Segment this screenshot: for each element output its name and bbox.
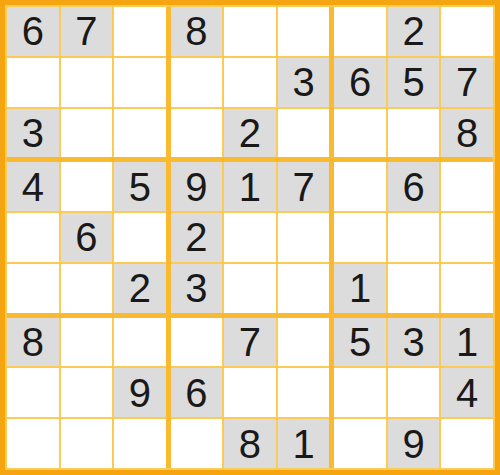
sudoku-grid: 673 832 26578 4562 91723 61 89 7681 5314… [7,7,493,468]
cell-r9c5[interactable]: 8 [224,419,276,468]
cell-r2c7[interactable]: 6 [334,58,386,107]
cell-r7c8[interactable]: 3 [388,318,440,367]
box-3: 26578 [334,7,493,157]
cell-r9c8[interactable]: 9 [388,419,440,468]
box-2: 832 [171,7,330,157]
box-8: 7681 [171,318,330,468]
cell-r7c6[interactable] [278,318,330,367]
cell-r4c4[interactable]: 9 [171,162,223,211]
cell-r4c5[interactable]: 1 [224,162,276,211]
box-7: 89 [7,318,166,468]
cell-r2c1[interactable] [7,58,59,107]
cell-r7c1[interactable]: 8 [7,318,59,367]
cell-r1c4[interactable]: 8 [171,7,223,56]
cell-r1c5[interactable] [224,7,276,56]
cell-r4c9[interactable] [441,162,493,211]
cell-r6c6[interactable] [278,264,330,313]
cell-r7c5[interactable]: 7 [224,318,276,367]
cell-r6c2[interactable] [61,264,113,313]
cell-r3c1[interactable]: 3 [7,109,59,158]
cell-r3c4[interactable] [171,109,223,158]
cell-r7c2[interactable] [61,318,113,367]
cell-r1c1[interactable]: 6 [7,7,59,56]
cell-r5c1[interactable] [7,213,59,262]
cell-r3c6[interactable] [278,109,330,158]
cell-r4c8[interactable]: 6 [388,162,440,211]
cell-r2c4[interactable] [171,58,223,107]
box-6: 61 [334,162,493,312]
cell-r2c6[interactable]: 3 [278,58,330,107]
cell-r2c8[interactable]: 5 [388,58,440,107]
cell-r5c6[interactable] [278,213,330,262]
box-4: 4562 [7,162,166,312]
cell-r8c1[interactable] [7,368,59,417]
cell-r2c9[interactable]: 7 [441,58,493,107]
cell-r7c4[interactable] [171,318,223,367]
cell-r7c3[interactable] [114,318,166,367]
cell-r9c4[interactable] [171,419,223,468]
cell-r9c3[interactable] [114,419,166,468]
cell-r9c2[interactable] [61,419,113,468]
cell-r6c1[interactable] [7,264,59,313]
cell-r1c7[interactable] [334,7,386,56]
box-9: 53149 [334,318,493,468]
cell-r8c7[interactable] [334,368,386,417]
cell-r4c1[interactable]: 4 [7,162,59,211]
cell-r8c3[interactable]: 9 [114,368,166,417]
cell-r8c5[interactable] [224,368,276,417]
cell-r1c6[interactable] [278,7,330,56]
cell-r9c9[interactable] [441,419,493,468]
cell-r3c3[interactable] [114,109,166,158]
cell-r7c7[interactable]: 5 [334,318,386,367]
cell-r5c8[interactable] [388,213,440,262]
cell-r3c9[interactable]: 8 [441,109,493,158]
cell-r6c4[interactable]: 3 [171,264,223,313]
cell-r3c7[interactable] [334,109,386,158]
cell-r7c9[interactable]: 1 [441,318,493,367]
cell-r8c4[interactable]: 6 [171,368,223,417]
cell-r6c3[interactable]: 2 [114,264,166,313]
cell-r9c6[interactable]: 1 [278,419,330,468]
cell-r3c5[interactable]: 2 [224,109,276,158]
cell-r4c3[interactable]: 5 [114,162,166,211]
cell-r4c2[interactable] [61,162,113,211]
box-1: 673 [7,7,166,157]
cell-r9c1[interactable] [7,419,59,468]
cell-r6c9[interactable] [441,264,493,313]
box-5: 91723 [171,162,330,312]
cell-r5c3[interactable] [114,213,166,262]
cell-r3c8[interactable] [388,109,440,158]
cell-r8c2[interactable] [61,368,113,417]
cell-r2c5[interactable] [224,58,276,107]
cell-r3c2[interactable] [61,109,113,158]
cell-r1c9[interactable] [441,7,493,56]
sudoku-board: 673 832 26578 4562 91723 61 89 7681 5314… [0,0,500,475]
cell-r1c2[interactable]: 7 [61,7,113,56]
cell-r5c7[interactable] [334,213,386,262]
cell-r5c9[interactable] [441,213,493,262]
cell-r5c2[interactable]: 6 [61,213,113,262]
cell-r9c7[interactable] [334,419,386,468]
cell-r8c9[interactable]: 4 [441,368,493,417]
cell-r6c5[interactable] [224,264,276,313]
cell-r2c2[interactable] [61,58,113,107]
cell-r5c4[interactable]: 2 [171,213,223,262]
cell-r8c6[interactable] [278,368,330,417]
cell-r8c8[interactable] [388,368,440,417]
cell-r2c3[interactable] [114,58,166,107]
cell-r1c3[interactable] [114,7,166,56]
cell-r4c6[interactable]: 7 [278,162,330,211]
cell-r6c8[interactable] [388,264,440,313]
cell-r4c7[interactable] [334,162,386,211]
cell-r6c7[interactable]: 1 [334,264,386,313]
cell-r1c8[interactable]: 2 [388,7,440,56]
cell-r5c5[interactable] [224,213,276,262]
